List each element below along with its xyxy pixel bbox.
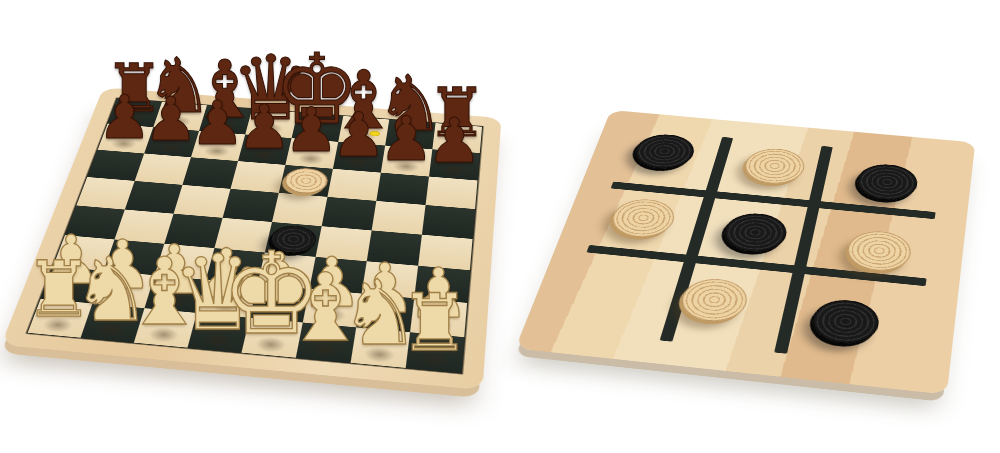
square-f5[interactable] [322, 197, 377, 231]
square-h6[interactable] [426, 177, 478, 210]
square-g3[interactable] [362, 261, 419, 298]
square-f6[interactable] [327, 169, 380, 201]
square-c5[interactable] [174, 185, 231, 218]
square-b6[interactable] [135, 153, 191, 184]
square-e3[interactable] [257, 252, 315, 288]
ttt-cell-r2c0[interactable] [555, 256, 684, 335]
square-f3[interactable] [309, 257, 366, 294]
product-photo: ♜♞♝♛♚♝♞♜♟♟♟♟♟♟♟♟♟♟♟♟♟♟♟♟♜♞♝♛♚♝♞♜ [0, 0, 1000, 453]
square-d6[interactable] [230, 161, 285, 193]
tictactoe-board [515, 110, 975, 395]
square-h3[interactable] [414, 266, 470, 303]
square-h5[interactable] [422, 205, 475, 239]
square-d5[interactable] [223, 189, 279, 222]
chess-board [1, 87, 501, 390]
square-g5[interactable] [372, 201, 426, 235]
square-e5[interactable] [272, 193, 327, 226]
square-d3[interactable] [206, 248, 265, 284]
square-g4[interactable] [367, 230, 422, 265]
square-h4[interactable] [418, 235, 472, 271]
square-c3[interactable] [155, 244, 215, 280]
square-g6[interactable] [376, 173, 429, 205]
tictactoe-scene [562, 38, 962, 438]
chess-scene [52, 2, 492, 442]
square-c6[interactable] [182, 157, 238, 189]
square-c4[interactable] [164, 214, 222, 248]
square-f4[interactable] [316, 226, 372, 261]
square-d4[interactable] [214, 218, 272, 253]
